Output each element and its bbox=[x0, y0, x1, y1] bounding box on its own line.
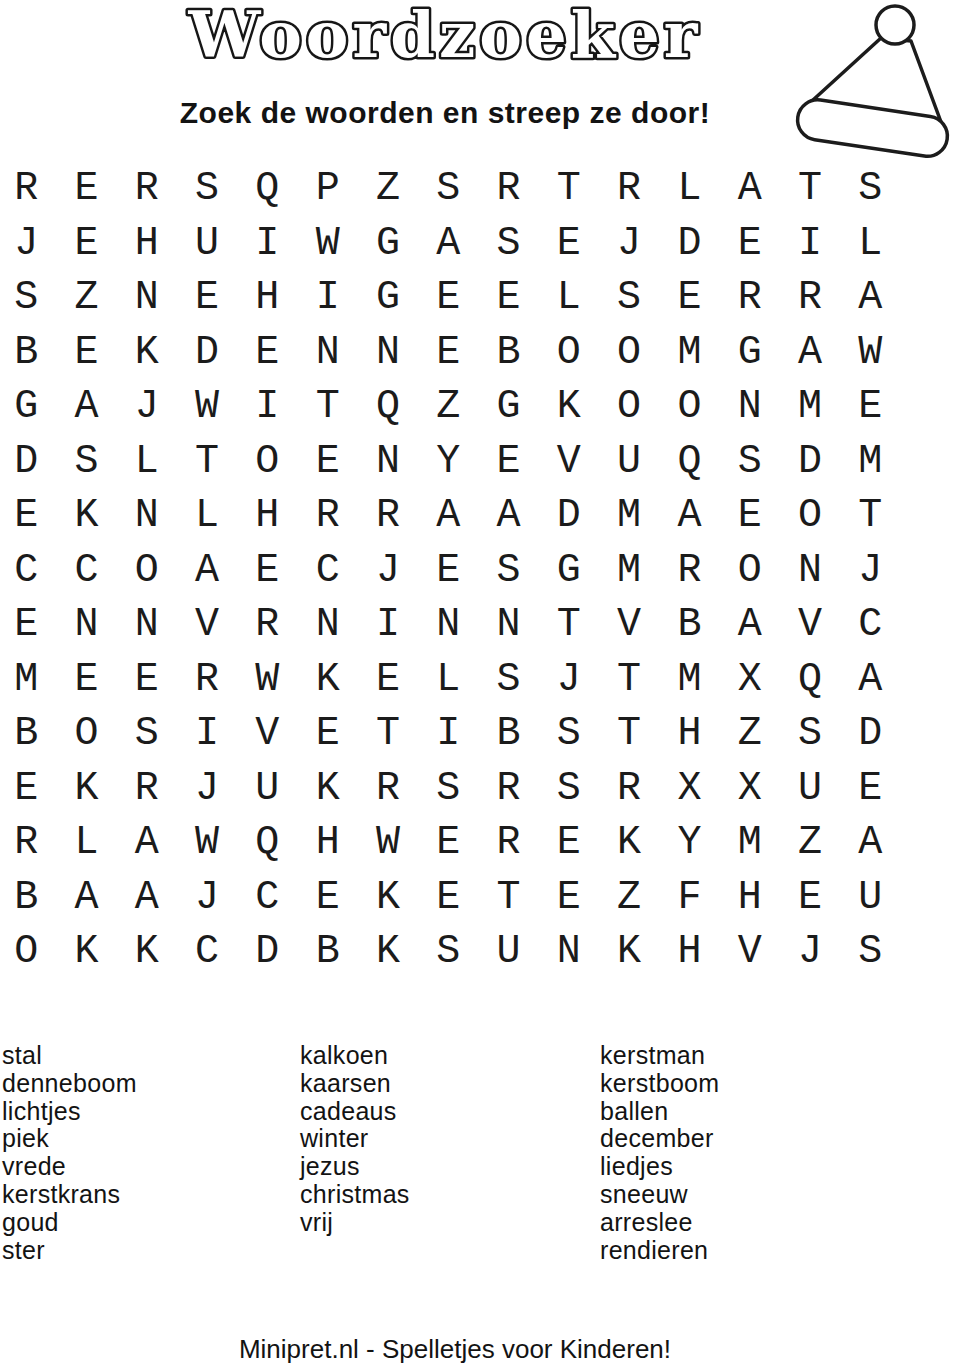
worksheet-page: Woordzoeker Zoek de woorden en streep ze… bbox=[0, 0, 960, 1367]
page-title: Woordzoeker bbox=[187, 0, 701, 72]
grid-cell: E bbox=[0, 489, 56, 544]
grid-cell: A bbox=[117, 871, 177, 926]
grid-cell: H bbox=[659, 707, 719, 762]
grid-cell: H bbox=[117, 217, 177, 272]
grid-cell: U bbox=[599, 435, 659, 490]
grid-cell: E bbox=[297, 707, 357, 762]
grid-cell: K bbox=[539, 380, 599, 435]
grid-cell: E bbox=[297, 871, 357, 926]
grid-cell: I bbox=[237, 217, 297, 272]
grid-cell: A bbox=[780, 326, 840, 381]
grid-cell: D bbox=[539, 489, 599, 544]
grid-cell: S bbox=[117, 707, 177, 762]
grid-cell: S bbox=[418, 162, 478, 217]
grid-cell: A bbox=[56, 871, 116, 926]
grid-cell: E bbox=[117, 653, 177, 708]
grid-cell: E bbox=[358, 653, 418, 708]
grid-cell: E bbox=[418, 871, 478, 926]
grid-cell: S bbox=[478, 217, 538, 272]
grid-cell: T bbox=[539, 598, 599, 653]
grid-cell: G bbox=[358, 271, 418, 326]
grid-cell: N bbox=[117, 271, 177, 326]
grid-cell: E bbox=[177, 271, 237, 326]
grid-cell: C bbox=[840, 598, 900, 653]
grid-cell: Q bbox=[780, 653, 840, 708]
word-list-item: sneeuw bbox=[600, 1181, 719, 1209]
grid-cell: K bbox=[358, 925, 418, 980]
grid-cell: U bbox=[177, 217, 237, 272]
grid-cell: S bbox=[177, 162, 237, 217]
word-list-item: piek bbox=[2, 1125, 137, 1153]
word-list-item: lichtjes bbox=[2, 1098, 137, 1126]
grid-cell: R bbox=[358, 762, 418, 817]
grid-cell: H bbox=[720, 871, 780, 926]
grid-cell: S bbox=[840, 162, 900, 217]
grid-cell: E bbox=[539, 816, 599, 871]
grid-cell: J bbox=[177, 871, 237, 926]
grid-cell: Y bbox=[418, 435, 478, 490]
grid-cell: G bbox=[358, 217, 418, 272]
grid-cell: R bbox=[0, 162, 56, 217]
grid-cell: I bbox=[358, 598, 418, 653]
grid-cell: E bbox=[720, 489, 780, 544]
grid-cell: E bbox=[418, 271, 478, 326]
grid-cell: N bbox=[358, 326, 418, 381]
grid-cell: N bbox=[418, 598, 478, 653]
grid-cell: Z bbox=[720, 707, 780, 762]
grid-cell: S bbox=[720, 435, 780, 490]
grid-cell: C bbox=[0, 544, 56, 599]
subtitle: Zoek de woorden en streep ze door! bbox=[0, 96, 890, 130]
grid-cell: N bbox=[358, 435, 418, 490]
grid-cell: N bbox=[539, 925, 599, 980]
grid-cell: L bbox=[117, 435, 177, 490]
grid-cell: E bbox=[840, 762, 900, 817]
grid-cell: J bbox=[780, 925, 840, 980]
grid-cell: D bbox=[659, 217, 719, 272]
grid-cell: S bbox=[780, 707, 840, 762]
grid-cell: Z bbox=[56, 271, 116, 326]
grid-cell: R bbox=[478, 816, 538, 871]
grid-cell: Q bbox=[358, 380, 418, 435]
grid-cell: M bbox=[840, 435, 900, 490]
grid-cell: A bbox=[56, 380, 116, 435]
grid-cell: A bbox=[720, 162, 780, 217]
word-list-item: kerstkrans bbox=[2, 1181, 137, 1209]
grid-cell: C bbox=[56, 544, 116, 599]
grid-cell: B bbox=[478, 707, 538, 762]
grid-cell: E bbox=[418, 326, 478, 381]
grid-cell: W bbox=[297, 217, 357, 272]
grid-cell: M bbox=[720, 816, 780, 871]
grid-cell: J bbox=[840, 544, 900, 599]
grid-cell: U bbox=[237, 762, 297, 817]
word-list-item: december bbox=[600, 1125, 719, 1153]
grid-cell: V bbox=[539, 435, 599, 490]
grid-cell: W bbox=[177, 816, 237, 871]
grid-cell: A bbox=[840, 653, 900, 708]
grid-cell: R bbox=[478, 162, 538, 217]
footer-text: Minipret.nl - Spelletjes voor Kinderen! bbox=[0, 1332, 910, 1366]
grid-cell: N bbox=[297, 326, 357, 381]
grid-cell: M bbox=[599, 489, 659, 544]
word-search-grid: RERSQPZSRTRLATSJEHUIWGASEJDEILSZNEHIGEEL… bbox=[0, 162, 900, 980]
grid-cell: R bbox=[117, 762, 177, 817]
word-list-column-3: kerstmankerstboomballendecemberliedjessn… bbox=[600, 1042, 719, 1264]
grid-cell: G bbox=[478, 380, 538, 435]
grid-cell: B bbox=[659, 598, 719, 653]
grid-cell: D bbox=[780, 435, 840, 490]
word-list-item: winter bbox=[300, 1125, 410, 1153]
grid-cell: A bbox=[418, 217, 478, 272]
grid-cell: E bbox=[56, 217, 116, 272]
grid-cell: K bbox=[358, 871, 418, 926]
word-list-item: ballen bbox=[600, 1098, 719, 1126]
grid-cell: O bbox=[659, 380, 719, 435]
grid-cell: S bbox=[478, 544, 538, 599]
grid-cell: E bbox=[237, 326, 297, 381]
word-list-item: ster bbox=[2, 1237, 137, 1265]
grid-cell: E bbox=[780, 871, 840, 926]
grid-cell: L bbox=[418, 653, 478, 708]
grid-cell: K bbox=[297, 762, 357, 817]
grid-cell: N bbox=[297, 598, 357, 653]
grid-cell: W bbox=[237, 653, 297, 708]
grid-cell: W bbox=[358, 816, 418, 871]
grid-cell: R bbox=[478, 762, 538, 817]
grid-cell: K bbox=[56, 489, 116, 544]
grid-cell: K bbox=[117, 925, 177, 980]
grid-cell: M bbox=[599, 544, 659, 599]
grid-cell: G bbox=[0, 380, 56, 435]
grid-cell: N bbox=[117, 489, 177, 544]
grid-cell: Y bbox=[659, 816, 719, 871]
grid-cell: A bbox=[117, 816, 177, 871]
word-list-item: kalkoen bbox=[300, 1042, 410, 1070]
grid-cell: B bbox=[297, 925, 357, 980]
grid-cell: T bbox=[478, 871, 538, 926]
grid-cell: V bbox=[720, 925, 780, 980]
grid-cell: H bbox=[297, 816, 357, 871]
grid-cell: E bbox=[0, 598, 56, 653]
grid-cell: R bbox=[117, 162, 177, 217]
word-list-item: kerstman bbox=[600, 1042, 719, 1070]
grid-cell: O bbox=[599, 380, 659, 435]
grid-cell: K bbox=[599, 816, 659, 871]
word-list-item: jezus bbox=[300, 1153, 410, 1181]
grid-cell: W bbox=[177, 380, 237, 435]
grid-cell: P bbox=[297, 162, 357, 217]
grid-cell: L bbox=[659, 162, 719, 217]
grid-cell: E bbox=[539, 217, 599, 272]
grid-cell: T bbox=[177, 435, 237, 490]
grid-cell: T bbox=[539, 162, 599, 217]
grid-cell: V bbox=[237, 707, 297, 762]
grid-cell: T bbox=[780, 162, 840, 217]
grid-cell: D bbox=[237, 925, 297, 980]
grid-cell: S bbox=[840, 925, 900, 980]
grid-cell: O bbox=[539, 326, 599, 381]
grid-cell: K bbox=[297, 653, 357, 708]
grid-cell: J bbox=[117, 380, 177, 435]
grid-cell: D bbox=[0, 435, 56, 490]
grid-cell: M bbox=[780, 380, 840, 435]
grid-cell: J bbox=[358, 544, 418, 599]
grid-cell: O bbox=[117, 544, 177, 599]
grid-cell: S bbox=[599, 271, 659, 326]
grid-cell: H bbox=[237, 271, 297, 326]
grid-cell: E bbox=[418, 544, 478, 599]
word-list-item: vrij bbox=[300, 1209, 410, 1237]
word-list-item: christmas bbox=[300, 1181, 410, 1209]
grid-cell: U bbox=[840, 871, 900, 926]
grid-cell: E bbox=[478, 271, 538, 326]
grid-cell: U bbox=[478, 925, 538, 980]
grid-cell: N bbox=[780, 544, 840, 599]
grid-cell: J bbox=[539, 653, 599, 708]
grid-cell: R bbox=[177, 653, 237, 708]
grid-cell: O bbox=[780, 489, 840, 544]
grid-cell: A bbox=[418, 489, 478, 544]
grid-cell: W bbox=[840, 326, 900, 381]
grid-cell: X bbox=[720, 653, 780, 708]
grid-cell: A bbox=[720, 598, 780, 653]
word-list-item: liedjes bbox=[600, 1153, 719, 1181]
grid-cell: J bbox=[599, 217, 659, 272]
grid-cell: E bbox=[297, 435, 357, 490]
grid-cell: O bbox=[0, 925, 56, 980]
grid-cell: K bbox=[56, 762, 116, 817]
grid-cell: H bbox=[659, 925, 719, 980]
grid-cell: I bbox=[177, 707, 237, 762]
grid-cell: L bbox=[177, 489, 237, 544]
grid-cell: M bbox=[659, 653, 719, 708]
grid-cell: E bbox=[840, 380, 900, 435]
grid-cell: D bbox=[177, 326, 237, 381]
grid-cell: V bbox=[599, 598, 659, 653]
grid-cell: E bbox=[720, 217, 780, 272]
grid-cell: A bbox=[840, 816, 900, 871]
grid-cell: K bbox=[56, 925, 116, 980]
word-list-item: stal bbox=[2, 1042, 137, 1070]
grid-cell: S bbox=[478, 653, 538, 708]
grid-cell: J bbox=[177, 762, 237, 817]
grid-cell: G bbox=[539, 544, 599, 599]
grid-cell: S bbox=[418, 925, 478, 980]
grid-cell: I bbox=[297, 271, 357, 326]
grid-cell: R bbox=[237, 598, 297, 653]
grid-cell: N bbox=[117, 598, 177, 653]
grid-cell: K bbox=[117, 326, 177, 381]
grid-cell: J bbox=[0, 217, 56, 272]
grid-cell: Z bbox=[599, 871, 659, 926]
grid-cell: S bbox=[56, 435, 116, 490]
grid-cell: F bbox=[659, 871, 719, 926]
grid-cell: E bbox=[237, 544, 297, 599]
grid-cell: V bbox=[780, 598, 840, 653]
grid-cell: T bbox=[599, 653, 659, 708]
grid-cell: C bbox=[237, 871, 297, 926]
grid-cell: B bbox=[478, 326, 538, 381]
grid-cell: T bbox=[840, 489, 900, 544]
grid-cell: R bbox=[599, 162, 659, 217]
grid-cell: E bbox=[539, 871, 599, 926]
grid-cell: E bbox=[0, 762, 56, 817]
grid-cell: R bbox=[0, 816, 56, 871]
grid-cell: X bbox=[720, 762, 780, 817]
word-list-item: goud bbox=[2, 1209, 137, 1237]
grid-cell: N bbox=[720, 380, 780, 435]
grid-cell: M bbox=[659, 326, 719, 381]
grid-cell: M bbox=[0, 653, 56, 708]
grid-cell: R bbox=[659, 544, 719, 599]
grid-cell: I bbox=[237, 380, 297, 435]
grid-cell: T bbox=[358, 707, 418, 762]
grid-cell: S bbox=[0, 271, 56, 326]
grid-cell: E bbox=[418, 816, 478, 871]
grid-cell: E bbox=[56, 653, 116, 708]
word-list-item: cadeaus bbox=[300, 1098, 410, 1126]
grid-cell: R bbox=[297, 489, 357, 544]
word-list-column-1: staldenneboomlichtjespiekvredekerstkrans… bbox=[2, 1042, 137, 1264]
grid-cell: R bbox=[358, 489, 418, 544]
grid-cell: N bbox=[478, 598, 538, 653]
grid-cell: S bbox=[539, 762, 599, 817]
grid-cell: A bbox=[840, 271, 900, 326]
grid-cell: Q bbox=[237, 816, 297, 871]
grid-cell: B bbox=[0, 707, 56, 762]
page-title-wrap: Woordzoeker bbox=[0, 0, 890, 84]
grid-cell: L bbox=[539, 271, 599, 326]
word-list-column-2: kalkoenkaarsencadeauswinterjezuschristma… bbox=[300, 1042, 410, 1237]
word-list-item: denneboom bbox=[2, 1070, 137, 1098]
word-list-item: arreslee bbox=[600, 1209, 719, 1237]
santa-hat-icon bbox=[770, 0, 960, 175]
grid-cell: X bbox=[659, 762, 719, 817]
grid-cell: C bbox=[297, 544, 357, 599]
grid-cell: E bbox=[659, 271, 719, 326]
grid-cell: C bbox=[177, 925, 237, 980]
grid-cell: R bbox=[599, 762, 659, 817]
grid-cell: Z bbox=[358, 162, 418, 217]
grid-cell: H bbox=[237, 489, 297, 544]
grid-cell: G bbox=[720, 326, 780, 381]
grid-cell: E bbox=[56, 326, 116, 381]
grid-cell: D bbox=[840, 707, 900, 762]
grid-cell: R bbox=[720, 271, 780, 326]
word-list-item: rendieren bbox=[600, 1237, 719, 1265]
grid-cell: I bbox=[780, 217, 840, 272]
grid-cell: T bbox=[599, 707, 659, 762]
grid-cell: Q bbox=[659, 435, 719, 490]
grid-cell: K bbox=[599, 925, 659, 980]
grid-cell: Z bbox=[780, 816, 840, 871]
grid-cell: E bbox=[56, 162, 116, 217]
grid-cell: N bbox=[56, 598, 116, 653]
grid-cell: S bbox=[418, 762, 478, 817]
grid-cell: O bbox=[56, 707, 116, 762]
grid-cell: U bbox=[780, 762, 840, 817]
grid-cell: L bbox=[56, 816, 116, 871]
word-list-item: kerstboom bbox=[600, 1070, 719, 1098]
grid-cell: A bbox=[177, 544, 237, 599]
word-list-item: vrede bbox=[2, 1153, 137, 1181]
grid-cell: I bbox=[418, 707, 478, 762]
grid-cell: L bbox=[840, 217, 900, 272]
grid-cell: O bbox=[237, 435, 297, 490]
grid-cell: B bbox=[0, 871, 56, 926]
grid-cell: B bbox=[0, 326, 56, 381]
grid-cell: Q bbox=[237, 162, 297, 217]
grid-cell: Z bbox=[418, 380, 478, 435]
grid-cell: A bbox=[659, 489, 719, 544]
grid-cell: A bbox=[478, 489, 538, 544]
grid-cell: O bbox=[599, 326, 659, 381]
grid-cell: S bbox=[539, 707, 599, 762]
grid-cell: E bbox=[478, 435, 538, 490]
grid-cell: O bbox=[720, 544, 780, 599]
grid-cell: T bbox=[297, 380, 357, 435]
grid-cell: V bbox=[177, 598, 237, 653]
santa-hat-pompom bbox=[876, 6, 914, 44]
word-list-item: kaarsen bbox=[300, 1070, 410, 1098]
grid-cell: R bbox=[780, 271, 840, 326]
